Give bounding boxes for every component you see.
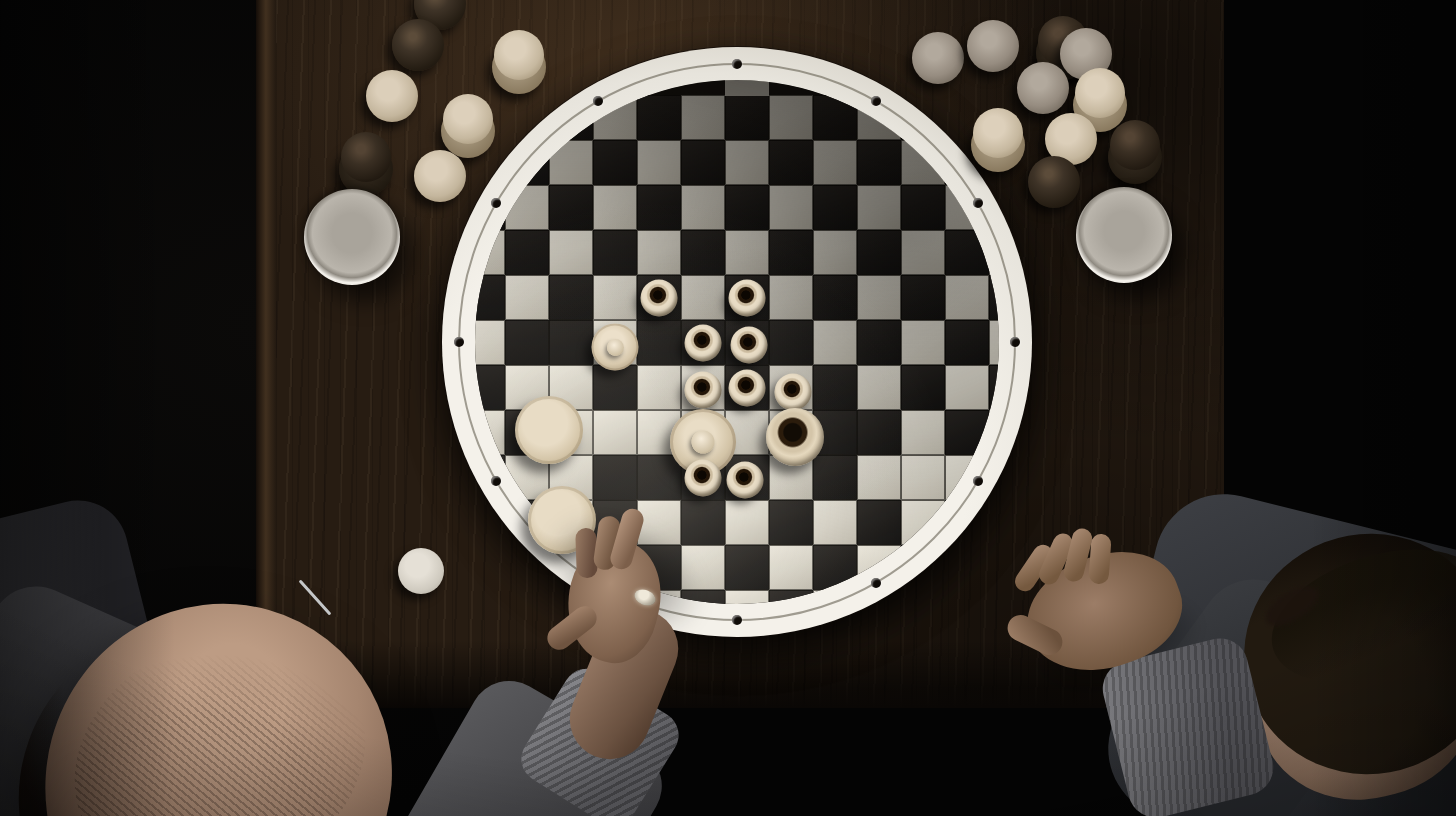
board-cell-r5c9[interactable]	[857, 320, 901, 365]
ring-screw-dot	[593, 96, 603, 106]
board-cell-r2c5[interactable]	[681, 185, 725, 230]
board-cell-r5c11[interactable]	[945, 320, 989, 365]
board-cell-r0c5[interactable]	[681, 95, 725, 140]
piece-ring[interactable]	[729, 279, 766, 316]
ring-screw-dot	[973, 476, 983, 486]
piece-ring[interactable]	[685, 324, 722, 361]
piece-ring[interactable]	[726, 461, 763, 498]
board-cell-r3c4[interactable]	[637, 230, 681, 275]
board-cell-r1c6[interactable]	[725, 140, 769, 185]
board-cell-r6c9[interactable]	[857, 365, 901, 410]
board-cell-r2c10[interactable]	[901, 185, 945, 230]
board-cell-r4c11[interactable]	[945, 275, 989, 320]
board-cell-r9c5[interactable]	[681, 500, 725, 545]
captured-disc-gray[interactable]	[1017, 62, 1069, 114]
board-cell-r9c8[interactable]	[813, 500, 857, 545]
captured-disc-gray[interactable]	[967, 20, 1019, 72]
board-cell-r1c9[interactable]	[857, 140, 901, 185]
board-cell-r9c9[interactable]	[857, 500, 901, 545]
board-cell-r3c2[interactable]	[549, 230, 593, 275]
board-cell-r2c8[interactable]	[813, 185, 857, 230]
piece-disc[interactable]	[528, 486, 596, 554]
board-cell-r2c3[interactable]	[593, 185, 637, 230]
board-cell-r2c4[interactable]	[637, 185, 681, 230]
board-cell-r3c8[interactable]	[813, 230, 857, 275]
stack-top-disc	[341, 132, 391, 182]
stack-top-disc	[1075, 68, 1125, 118]
board-cell-r4c2[interactable]	[549, 275, 593, 320]
board-cell-r7c10[interactable]	[901, 410, 945, 455]
board-cell-r8c3[interactable]	[593, 455, 637, 500]
board-cell-r1c8[interactable]	[813, 140, 857, 185]
board-cell-r2c6[interactable]	[725, 185, 769, 230]
pawn-knob	[692, 430, 715, 453]
board-cell-r0c6[interactable]	[725, 95, 769, 140]
board-cell-r3c10[interactable]	[901, 230, 945, 275]
board-cell-r4c10[interactable]	[901, 275, 945, 320]
board-cell-r9c4[interactable]	[637, 500, 681, 545]
ring-screw-dot	[732, 59, 742, 69]
board-cell-r2c9[interactable]	[857, 185, 901, 230]
ring-screw-dot	[1010, 337, 1020, 347]
piece-pawn[interactable]	[592, 324, 639, 371]
board-cell-r4c1[interactable]	[505, 275, 549, 320]
ring-screw-dot	[491, 198, 501, 208]
right-player-brow	[1259, 578, 1325, 634]
right-player-shirt	[1254, 620, 1353, 728]
table-left-edge	[256, 0, 278, 710]
ring-screw-dot	[871, 578, 881, 588]
piece-ring[interactable]	[731, 326, 768, 363]
white-cup	[1076, 187, 1172, 283]
photo-scene	[0, 0, 1456, 816]
board-cell-r1c7[interactable]	[769, 140, 813, 185]
ring-screw-dot	[491, 476, 501, 486]
right-player-hair	[1225, 514, 1456, 794]
captured-disc-dark[interactable]	[1028, 156, 1080, 208]
board-cell-r10c5[interactable]	[681, 545, 725, 590]
captured-disc-light[interactable]	[366, 70, 418, 122]
board-cell-r8c10[interactable]	[901, 455, 945, 500]
piece-ring[interactable]	[729, 369, 766, 406]
piece-ring[interactable]	[641, 279, 678, 316]
board-cell-r5c0[interactable]	[475, 320, 505, 365]
board-cell-r6c11[interactable]	[945, 365, 989, 410]
board-cell-r3c9[interactable]	[857, 230, 901, 275]
pawn-knob	[607, 339, 624, 356]
board-cell-r11c6[interactable]	[725, 590, 769, 604]
board-cell-r3c6[interactable]	[725, 230, 769, 275]
board-cell-r8c9[interactable]	[857, 455, 901, 500]
board-cell-r7c3[interactable]	[593, 410, 637, 455]
board-cell-r5c10[interactable]	[901, 320, 945, 365]
board-cell-r3c1[interactable]	[505, 230, 549, 275]
board-cell-r10c4[interactable]	[637, 545, 681, 590]
piece-ring-large[interactable]	[766, 408, 824, 466]
board-cell-r10c7[interactable]	[769, 545, 813, 590]
stack-top-disc	[973, 108, 1023, 158]
board-cell-r5c8[interactable]	[813, 320, 857, 365]
piece-disc[interactable]	[515, 396, 583, 464]
right-player-hairline	[1255, 525, 1456, 707]
captured-disc-light[interactable]	[414, 150, 466, 202]
board-cell-r2c2[interactable]	[549, 185, 593, 230]
board-cell-r4c5[interactable]	[681, 275, 725, 320]
board-cell-r0c4[interactable]	[637, 95, 681, 140]
piece-ring[interactable]	[685, 459, 722, 496]
ring-screw-dot	[454, 337, 464, 347]
board-cell-r5c4[interactable]	[637, 320, 681, 365]
board-cell-r4c7[interactable]	[769, 275, 813, 320]
right-player-forehead	[1235, 574, 1456, 816]
board-cell-sliver	[725, 80, 769, 96]
board-cell-r9c7[interactable]	[769, 500, 813, 545]
captured-disc-gray[interactable]	[912, 32, 964, 84]
board-cell-r1c4[interactable]	[637, 140, 681, 185]
board-cell-r5c12[interactable]	[989, 320, 999, 365]
board-cell-r8c8[interactable]	[813, 455, 857, 500]
board-cell-r1c3[interactable]	[593, 140, 637, 185]
right-player-jacket-corner	[1230, 676, 1456, 816]
board-cell-r8c4[interactable]	[637, 455, 681, 500]
board-cell-r6c10[interactable]	[901, 365, 945, 410]
stack-top-disc	[443, 94, 493, 144]
piece-ring[interactable]	[775, 374, 812, 411]
ring-screw-dot	[871, 96, 881, 106]
board-cell-r4c3[interactable]	[593, 275, 637, 320]
left-player-shoulder	[0, 490, 180, 800]
captured-disc-dark[interactable]	[392, 19, 444, 71]
piece-ring[interactable]	[685, 371, 722, 408]
board-cell-r4c8[interactable]	[813, 275, 857, 320]
captured-disc-white[interactable]	[398, 548, 444, 594]
left-player-sweater	[0, 572, 296, 816]
board-cell-r6c8[interactable]	[813, 365, 857, 410]
board-cell-r3c3[interactable]	[593, 230, 637, 275]
board-cell-r6c4[interactable]	[637, 365, 681, 410]
board-cell-r3c5[interactable]	[681, 230, 725, 275]
board-cell-r3c7[interactable]	[769, 230, 813, 275]
board-cell-r6c3[interactable]	[593, 365, 637, 410]
board-cell-r10c6[interactable]	[725, 545, 769, 590]
board-cell-r9c3[interactable]	[593, 500, 637, 545]
white-cup	[304, 189, 400, 285]
board-cell-r4c9[interactable]	[857, 275, 901, 320]
board-cell-r0c7[interactable]	[769, 95, 813, 140]
ring-screw-dot	[593, 578, 603, 588]
ring-screw-dot	[732, 615, 742, 625]
board-cell-r5c1[interactable]	[505, 320, 549, 365]
board-cell-r7c9[interactable]	[857, 410, 901, 455]
stack-top-disc	[1110, 120, 1160, 170]
board-cell-r9c6[interactable]	[725, 500, 769, 545]
board-cell-r5c2[interactable]	[549, 320, 593, 365]
board-cell-r5c7[interactable]	[769, 320, 813, 365]
board-cell-r1c5[interactable]	[681, 140, 725, 185]
ring-screw-dot	[973, 198, 983, 208]
stack-top-disc	[494, 30, 544, 80]
board-cell-r2c7[interactable]	[769, 185, 813, 230]
